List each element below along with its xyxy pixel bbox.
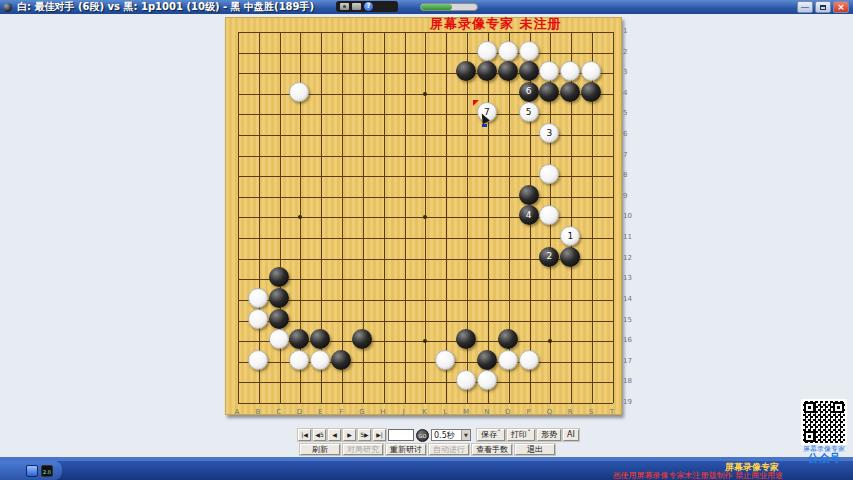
column-label: T (607, 408, 617, 416)
star-point (548, 339, 552, 343)
close-button[interactable]: × (833, 1, 849, 13)
stone-number: 1 (567, 232, 573, 241)
qr-block: 屏幕录像专家 公众号 (799, 399, 849, 465)
column-label: M (461, 408, 471, 416)
recording-progress-fill (421, 4, 452, 10)
frame-input[interactable] (388, 429, 414, 441)
stone-white-N18 (477, 370, 497, 390)
row-label: 6 (623, 130, 633, 138)
qr-eye-icon (804, 402, 815, 413)
stone-black-O16 (498, 329, 518, 349)
row-label: 19 (623, 398, 633, 406)
stone-white-P2 (519, 41, 539, 61)
row-label: 15 (623, 316, 633, 324)
playback-back-button[interactable]: ◀ (328, 429, 341, 441)
stone-black-M16 (456, 329, 476, 349)
stone-white-O17 (498, 350, 518, 370)
stone-white-D17 (289, 350, 309, 370)
stone-white-M18 (456, 370, 476, 390)
row-label: 1 (623, 27, 633, 35)
stone-white-B14 (248, 288, 268, 308)
stone-white-O2 (498, 41, 518, 61)
row-label: 4 (623, 89, 633, 97)
row-label: 3 (623, 68, 633, 76)
stone-black-N17 (477, 350, 497, 370)
stone-black-C15 (269, 309, 289, 329)
screen: 白: 最佳对手 (6段) vs 黑: 1p1001 (10级) - 黑 中盘胜(… (0, 0, 853, 480)
stone-white-D4 (289, 82, 309, 102)
exit-button[interactable]: 退出 (515, 444, 555, 455)
grid-line (238, 321, 613, 322)
column-label: C (274, 408, 284, 416)
stone-white-S3 (581, 61, 601, 81)
stone-white-B15 (248, 309, 268, 329)
shape-judge-button[interactable]: 形势 (537, 429, 561, 441)
column-label: D (294, 408, 304, 416)
stone-black-N3 (477, 61, 497, 81)
column-label: S (586, 408, 596, 416)
row-label: 11 (623, 233, 633, 241)
column-label: A (232, 408, 242, 416)
column-label: B (253, 408, 263, 416)
taskbar-notice: 本动画使用屏幕录像专家未注册版制作 禁止商业用途 (613, 470, 783, 480)
qr-eye-icon (833, 402, 844, 413)
stone-white-E17 (310, 350, 330, 370)
menu-buttons: 刷新对局研究重新研讨自动进行查看手数退出 (300, 443, 555, 455)
column-label: R (565, 408, 575, 416)
stone-black-D16 (289, 329, 309, 349)
star-point (423, 92, 427, 96)
column-label: F (336, 408, 346, 416)
game-research-button: 对局研究 (343, 444, 383, 455)
stone-black-Q4 (539, 82, 559, 102)
stone-black-G16 (352, 329, 372, 349)
stone-black-S4 (581, 82, 601, 102)
grid-line (238, 403, 613, 404)
stone-black-F17 (331, 350, 351, 370)
stone-white-Q10 (539, 205, 559, 225)
column-label: J (399, 408, 409, 416)
save-button[interactable]: 保存ˇ (477, 429, 505, 441)
row-label: 12 (623, 254, 633, 262)
stone-black-C13 (269, 267, 289, 287)
stone-black-P3 (519, 61, 539, 81)
camera-icon[interactable] (340, 3, 349, 10)
stone-black-R12 (560, 247, 580, 267)
row-label: 13 (623, 274, 633, 282)
row-label: 9 (623, 192, 633, 200)
restore-button[interactable] (815, 1, 831, 13)
star-point (423, 339, 427, 343)
star-point (298, 215, 302, 219)
go-board[interactable]: 6753412 (225, 17, 622, 415)
stone-black-P9 (519, 185, 539, 205)
board-watermark: 屏幕录像专家 未注册 (430, 15, 562, 33)
stone-white-B17 (248, 350, 268, 370)
column-label: O (503, 408, 513, 416)
speed-value: 0.5秒 (434, 430, 455, 441)
playback-back-5-button[interactable]: ◀5 (313, 429, 326, 441)
stone-black-R4 (560, 82, 580, 102)
playback-controls: |◀◀5◀▶5▶▶| GO 0.5秒 ▼ 保存ˇ打印ˇ形势AI (298, 428, 579, 442)
row-label: 16 (623, 336, 633, 344)
re-research-button[interactable]: 重新研讨 (386, 444, 426, 455)
minimize-button[interactable]: — (797, 1, 813, 13)
stone-black-M3 (456, 61, 476, 81)
stone-white-Q3 (539, 61, 559, 81)
taskbar: 2.0 屏幕录像专家 本动画使用屏幕录像专家未注册版制作 禁止商业用途 (0, 461, 853, 480)
grid-line (238, 279, 613, 280)
restore-icon (820, 5, 826, 10)
stone-number: 4 (526, 211, 532, 220)
playback-forward-5-button[interactable]: 5▶ (358, 429, 371, 441)
window-title: 白: 最佳对手 (6段) vs 黑: 1p1001 (10级) - 黑 中盘胜(… (17, 0, 314, 14)
grid-line (238, 238, 613, 239)
stone-black-E16 (310, 329, 330, 349)
grid-line (446, 32, 447, 403)
stone-white-C16 (269, 329, 289, 349)
stone-number: 2 (547, 252, 553, 261)
qr-code (801, 399, 847, 445)
stone-black-O3 (498, 61, 518, 81)
column-label: G (357, 408, 367, 416)
chevron-down-icon: ▼ (461, 430, 470, 440)
action-buttons: 保存ˇ打印ˇ形势AI (477, 429, 579, 441)
row-label: 2 (623, 48, 633, 56)
print-button[interactable]: 打印ˇ (507, 429, 535, 441)
grid-line (238, 382, 613, 383)
stone-black-Q12: 2 (539, 247, 559, 267)
window-controls: — × (797, 1, 849, 13)
app-icon (3, 3, 12, 12)
last-move-marker (473, 100, 479, 106)
playback-first-button[interactable]: |◀ (298, 429, 311, 441)
speed-select[interactable]: 0.5秒 ▼ (431, 429, 471, 441)
grid-line (488, 32, 489, 403)
stone-white-Q8 (539, 164, 559, 184)
stone-black-P4: 6 (519, 82, 539, 102)
playback-forward-button[interactable]: ▶ (343, 429, 356, 441)
grid-line (238, 300, 613, 301)
stone-white-P5: 5 (519, 102, 539, 122)
playback-buttons: |◀◀5◀▶5▶▶| (298, 429, 386, 441)
quick-launch: 2.0 (0, 461, 62, 480)
stone-number: 5 (526, 108, 532, 117)
column-label: Q (544, 408, 554, 416)
stone-white-L17 (435, 350, 455, 370)
view-moves-button[interactable]: 查看手数 (472, 444, 512, 455)
stone-white-N2 (477, 41, 497, 61)
taskbar-app-icon[interactable] (26, 465, 38, 477)
stone-number: 6 (526, 87, 532, 96)
row-label: 5 (623, 109, 633, 117)
help-icon[interactable]: ? (364, 2, 373, 11)
column-label: P (524, 408, 534, 416)
grid-line (613, 32, 614, 403)
row-label: 7 (623, 151, 633, 159)
stone-number: 3 (547, 129, 553, 138)
row-label: 17 (623, 357, 633, 365)
column-label: E (315, 408, 325, 416)
refresh-button[interactable]: 刷新 (300, 444, 340, 455)
stone-black-P10: 4 (519, 205, 539, 225)
column-label: N (482, 408, 492, 416)
row-label: 8 (623, 171, 633, 179)
recording-progress-bar (420, 3, 478, 11)
go-button[interactable]: GO (416, 429, 429, 442)
auto-advance-button: 自动进行 (429, 444, 469, 455)
recorder-toolbar: ? (336, 1, 398, 12)
mouse-cursor-base (482, 124, 487, 127)
column-label: K (419, 408, 429, 416)
qr-eye-icon (804, 431, 815, 442)
stone-white-R11: 1 (560, 226, 580, 246)
row-label: 18 (623, 377, 633, 385)
playback-last-button[interactable]: ▶| (373, 429, 386, 441)
stone-white-Q6: 3 (539, 123, 559, 143)
stone-white-P17 (519, 350, 539, 370)
star-point (423, 215, 427, 219)
stone-white-R3 (560, 61, 580, 81)
column-label: H (378, 408, 388, 416)
row-label: 10 (623, 212, 633, 220)
ai-button[interactable]: AI (563, 429, 579, 441)
stone-black-C14 (269, 288, 289, 308)
row-label: 14 (623, 295, 633, 303)
monitor-icon[interactable] (352, 3, 361, 10)
taskbar-recorder-icon[interactable]: 2.0 (41, 465, 53, 477)
column-label: L (440, 408, 450, 416)
qr-account-label: 公众号 (799, 453, 849, 465)
